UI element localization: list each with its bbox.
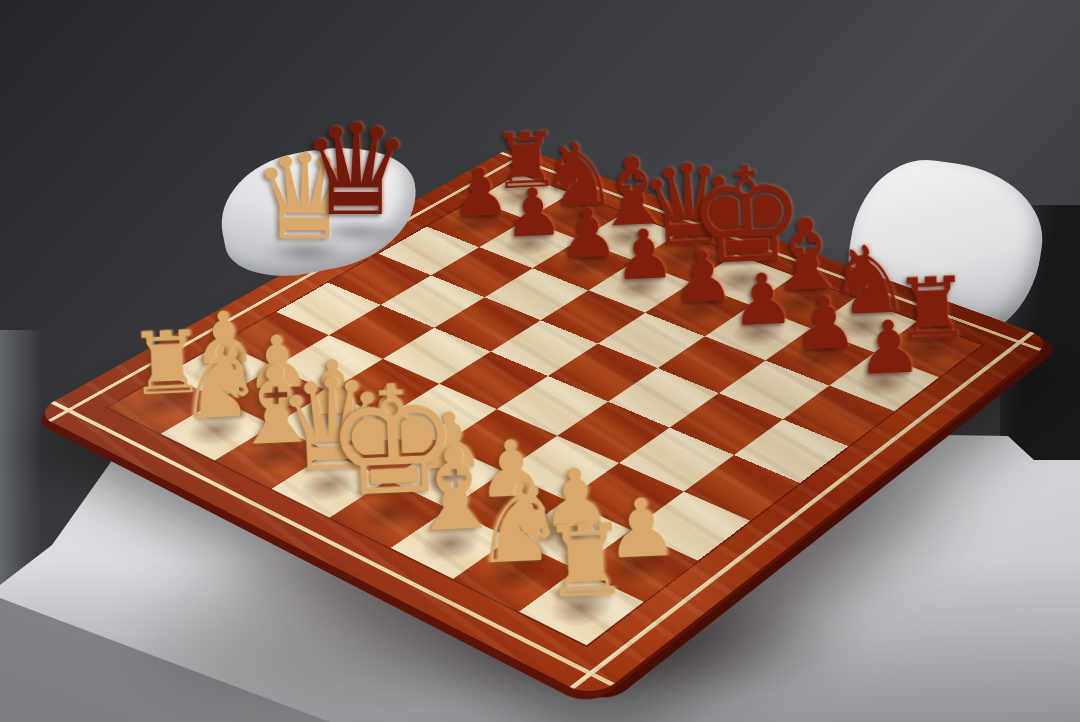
piece-black-pawn-h7[interactable]: ♟ (786, 307, 992, 389)
piece-white-rook-h1[interactable]: ♜ (469, 507, 702, 615)
spare-queen-dark[interactable]: ♛ (293, 108, 419, 234)
scene: ♜♞♝♛♚♝♞♜♟♟♟♟♟♟♟♟♟♟♟♟♟♟♟♟♜♞♝♛♚♝♞♜ ♛ ♛ (0, 0, 1080, 722)
